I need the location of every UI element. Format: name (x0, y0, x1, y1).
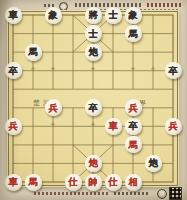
piece-black-馬-g9[interactable]: 馬 (125, 25, 142, 42)
piece-black-卒-i7[interactable]: 卒 (165, 62, 182, 79)
piece-red-馬-g3[interactable]: 馬 (125, 136, 142, 153)
piece-character: 車 (108, 120, 117, 133)
piece-character: 炮 (88, 157, 97, 170)
footer-fine-print (114, 192, 148, 195)
piece-character: 車 (8, 9, 17, 22)
piece-character: 兵 (8, 120, 17, 133)
piece-black-士-e9[interactable]: 士 (85, 25, 102, 42)
piece-character: 卒 (8, 64, 17, 77)
piece-red-炮-e2[interactable]: 炮 (85, 155, 102, 172)
piece-red-兵-a4[interactable]: 兵 (5, 118, 22, 135)
piece-character: 卒 (88, 101, 97, 114)
piece-character: 兵 (48, 101, 57, 114)
piece-black-馬-b8[interactable]: 馬 (25, 44, 42, 61)
piece-character: 馬 (128, 138, 137, 151)
piece-character: 士 (108, 9, 117, 22)
footer-fine-print-red (34, 192, 110, 195)
piece-black-炮-e8[interactable]: 炮 (85, 44, 102, 61)
piece-character: 卒 (128, 120, 137, 133)
piece-character: 象 (128, 9, 137, 22)
qr-code (170, 188, 181, 199)
poster-footer (0, 187, 187, 200)
xiangqi-board: 楚河 漢界 車象將士象士馬馬炮卒卒卒卒炮兵兵兵兵車馬炮車馬仕帥仕相 (7, 10, 179, 187)
footer-logo-icon (157, 189, 167, 199)
piece-black-炮-h2[interactable]: 炮 (145, 155, 162, 172)
piece-character: 炮 (148, 157, 157, 170)
piece-character: 馬 (28, 46, 37, 59)
piece-black-卒-a7[interactable]: 卒 (5, 62, 22, 79)
piece-character: 兵 (168, 120, 177, 133)
header-fine-print-red (147, 3, 181, 7)
piece-red-兵-i4[interactable]: 兵 (165, 118, 182, 135)
xiangqi-demo-poster: 楚河 漢界 車象將士象士馬馬炮卒卒卒卒炮兵兵兵兵車馬炮車馬仕帥仕相 (0, 0, 187, 200)
piece-character: 兵 (128, 101, 137, 114)
piece-black-卒-e5[interactable]: 卒 (85, 99, 102, 116)
piece-character: 馬 (128, 27, 137, 40)
piece-red-兵-c5[interactable]: 兵 (45, 99, 62, 116)
piece-black-象-c10[interactable]: 象 (45, 7, 62, 24)
piece-black-車-a10[interactable]: 車 (5, 7, 22, 24)
piece-character: 象 (48, 9, 57, 22)
piece-character: 卒 (168, 64, 177, 77)
piece-character: 炮 (88, 46, 97, 59)
piece-character: 將 (88, 9, 97, 22)
piece-black-卒-g4[interactable]: 卒 (125, 118, 142, 135)
piece-black-象-g10[interactable]: 象 (125, 7, 142, 24)
piece-black-將-e10[interactable]: 將 (85, 7, 102, 24)
piece-character: 士 (88, 27, 97, 40)
piece-black-士-f10[interactable]: 士 (105, 7, 122, 24)
piece-red-車-f4[interactable]: 車 (105, 118, 122, 135)
piece-red-兵-g5[interactable]: 兵 (125, 99, 142, 116)
